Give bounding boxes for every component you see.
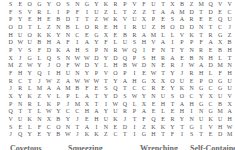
grid-cell[interactable]: T xyxy=(130,116,140,124)
grid-cell[interactable]: T xyxy=(101,78,111,86)
grid-cell[interactable]: E xyxy=(82,116,92,124)
grid-cell[interactable]: Q xyxy=(120,101,130,109)
grid-cell[interactable]: P xyxy=(149,16,159,24)
grid-cell[interactable]: F xyxy=(101,39,111,47)
grid-cell[interactable]: U xyxy=(177,78,187,86)
grid-cell[interactable]: E xyxy=(215,9,225,17)
grid-cell[interactable]: C xyxy=(73,32,83,40)
grid-cell[interactable]: D xyxy=(206,62,216,70)
grid-cell[interactable]: F xyxy=(139,1,149,9)
grid-cell[interactable]: E xyxy=(92,85,102,93)
grid-cell[interactable]: E xyxy=(206,16,216,24)
grid-cell[interactable]: Z xyxy=(101,131,111,139)
grid-cell[interactable]: A xyxy=(196,62,206,70)
grid-cell[interactable]: A xyxy=(139,32,149,40)
grid-cell[interactable]: L xyxy=(111,9,121,17)
grid-cell[interactable]: R xyxy=(35,9,45,17)
grid-cell[interactable]: Y xyxy=(44,1,54,9)
grid-cell[interactable]: P xyxy=(196,78,206,86)
grid-cell[interactable]: W xyxy=(120,47,130,55)
grid-cell[interactable]: L xyxy=(215,55,225,63)
grid-cell[interactable]: P xyxy=(54,101,64,109)
grid-cell[interactable]: J xyxy=(177,62,187,70)
grid-cell[interactable]: S xyxy=(25,47,35,55)
grid-cell[interactable]: O xyxy=(111,70,121,78)
grid-cell[interactable]: F xyxy=(63,62,73,70)
grid-cell[interactable]: D xyxy=(177,24,187,32)
grid-cell[interactable]: E xyxy=(149,108,159,116)
grid-cell[interactable]: N xyxy=(158,47,168,55)
grid-cell[interactable]: S xyxy=(130,39,140,47)
grid-cell[interactable]: R xyxy=(130,24,140,32)
grid-cell[interactable]: V xyxy=(6,116,16,124)
grid-cell[interactable]: S xyxy=(187,131,197,139)
grid-cell[interactable]: H xyxy=(225,70,235,78)
grid-cell[interactable]: A xyxy=(177,16,187,24)
grid-cell[interactable]: D xyxy=(92,55,102,63)
grid-cell[interactable]: W xyxy=(111,101,121,109)
grid-cell[interactable]: Z xyxy=(149,24,159,32)
grid-cell[interactable]: H xyxy=(35,16,45,24)
grid-cell[interactable]: D xyxy=(215,131,225,139)
grid-cell[interactable]: W xyxy=(187,62,197,70)
grid-cell[interactable]: D xyxy=(111,93,121,101)
grid-cell[interactable]: H xyxy=(139,39,149,47)
grid-cell[interactable]: W xyxy=(73,62,83,70)
grid-cell[interactable]: Q xyxy=(130,47,140,55)
grid-cell[interactable]: N xyxy=(149,62,159,70)
grid-cell[interactable]: T xyxy=(73,124,83,132)
grid-cell[interactable]: I xyxy=(196,124,206,132)
grid-cell[interactable]: R xyxy=(149,85,159,93)
grid-cell[interactable]: T xyxy=(225,55,235,63)
grid-cell[interactable]: Y xyxy=(111,78,121,86)
grid-cell[interactable]: M xyxy=(63,85,73,93)
grid-cell[interactable]: D xyxy=(206,9,216,17)
grid-cell[interactable]: H xyxy=(82,108,92,116)
grid-cell[interactable]: I xyxy=(101,101,111,109)
grid-cell[interactable]: P xyxy=(120,70,130,78)
grid-cell[interactable]: N xyxy=(187,116,197,124)
grid-cell[interactable]: S xyxy=(101,85,111,93)
grid-cell[interactable]: H xyxy=(92,116,102,124)
grid-cell[interactable]: L xyxy=(206,70,216,78)
grid-cell[interactable]: Y xyxy=(44,131,54,139)
grid-cell[interactable]: N xyxy=(149,93,159,101)
grid-cell[interactable]: A xyxy=(63,78,73,86)
grid-cell[interactable]: K xyxy=(149,124,159,132)
grid-cell[interactable]: K xyxy=(92,131,102,139)
grid-cell[interactable]: Y xyxy=(139,93,149,101)
grid-cell[interactable]: R xyxy=(168,116,178,124)
grid-cell[interactable]: E xyxy=(139,70,149,78)
grid-cell[interactable]: K xyxy=(158,124,168,132)
grid-cell[interactable]: V xyxy=(101,70,111,78)
grid-cell[interactable]: Z xyxy=(101,9,111,17)
grid-cell[interactable]: A xyxy=(54,85,64,93)
grid-cell[interactable]: I xyxy=(92,124,102,132)
grid-cell[interactable]: J xyxy=(35,78,45,86)
grid-cell[interactable]: Y xyxy=(101,108,111,116)
grid-cell[interactable]: G xyxy=(139,131,149,139)
grid-cell[interactable]: B xyxy=(177,1,187,9)
grid-cell[interactable]: S xyxy=(54,55,64,63)
grid-cell[interactable]: A xyxy=(206,39,216,47)
grid-cell[interactable]: S xyxy=(6,1,16,9)
grid-cell[interactable]: U xyxy=(101,116,111,124)
grid-cell[interactable]: D xyxy=(111,55,121,63)
grid-cell[interactable]: X xyxy=(215,39,225,47)
grid-cell[interactable]: E xyxy=(177,55,187,63)
grid-cell[interactable]: A xyxy=(225,108,235,116)
grid-cell[interactable]: W xyxy=(130,62,140,70)
grid-cell[interactable]: E xyxy=(16,1,26,9)
grid-cell[interactable]: A xyxy=(54,39,64,47)
grid-cell[interactable]: R xyxy=(120,108,130,116)
grid-cell[interactable]: I xyxy=(177,131,187,139)
grid-cell[interactable]: M xyxy=(35,85,45,93)
grid-cell[interactable]: Q xyxy=(120,55,130,63)
grid-cell[interactable]: A xyxy=(158,9,168,17)
grid-cell[interactable]: E xyxy=(206,131,216,139)
grid-cell[interactable]: U xyxy=(139,24,149,32)
grid-cell[interactable]: W xyxy=(73,78,83,86)
grid-cell[interactable]: U xyxy=(16,32,26,40)
grid-cell[interactable]: U xyxy=(215,116,225,124)
grid-cell[interactable]: N xyxy=(196,108,206,116)
grid-cell[interactable]: N xyxy=(35,116,45,124)
grid-cell[interactable]: A xyxy=(158,39,168,47)
grid-cell[interactable]: B xyxy=(225,39,235,47)
grid-cell[interactable]: J xyxy=(120,116,130,124)
grid-cell[interactable]: I xyxy=(187,108,197,116)
grid-cell[interactable]: A xyxy=(63,47,73,55)
grid-cell[interactable]: U xyxy=(196,116,206,124)
grid-cell[interactable]: R xyxy=(187,70,197,78)
grid-cell[interactable]: T xyxy=(196,131,206,139)
grid-cell[interactable]: V xyxy=(177,32,187,40)
grid-cell[interactable]: L xyxy=(35,55,45,63)
grid-cell[interactable]: W xyxy=(149,70,159,78)
grid-cell[interactable]: B xyxy=(54,131,64,139)
grid-cell[interactable]: E xyxy=(16,124,26,132)
grid-cell[interactable]: H xyxy=(111,62,121,70)
grid-cell[interactable]: T xyxy=(168,47,178,55)
grid-cell[interactable]: N xyxy=(73,70,83,78)
grid-cell[interactable]: O xyxy=(6,24,16,32)
grid-cell[interactable]: U xyxy=(225,78,235,86)
grid-cell[interactable]: X xyxy=(101,32,111,40)
grid-cell[interactable]: R xyxy=(25,101,35,109)
grid-cell[interactable]: Y xyxy=(35,62,45,70)
grid-cell[interactable]: U xyxy=(92,9,102,17)
grid-cell[interactable]: Y xyxy=(101,93,111,101)
grid-cell[interactable]: N xyxy=(187,47,197,55)
grid-cell[interactable]: E xyxy=(196,16,206,24)
grid-cell[interactable]: F xyxy=(6,70,16,78)
grid-cell[interactable]: X xyxy=(139,101,149,109)
grid-cell[interactable]: S xyxy=(63,1,73,9)
grid-cell[interactable]: H xyxy=(187,101,197,109)
grid-cell[interactable]: Y xyxy=(16,16,26,24)
grid-cell[interactable]: L xyxy=(130,101,140,109)
grid-cell[interactable]: M xyxy=(73,101,83,109)
grid-cell[interactable]: O xyxy=(177,93,187,101)
grid-cell[interactable]: H xyxy=(177,108,187,116)
grid-cell[interactable]: W xyxy=(63,131,73,139)
grid-cell[interactable]: X xyxy=(149,78,159,86)
grid-cell[interactable]: N xyxy=(101,124,111,132)
grid-cell[interactable]: T xyxy=(16,108,26,116)
grid-cell[interactable]: V xyxy=(225,1,235,9)
grid-cell[interactable]: F xyxy=(35,47,45,55)
grid-cell[interactable]: Z xyxy=(35,93,45,101)
grid-cell[interactable]: D xyxy=(6,39,16,47)
grid-cell[interactable]: V xyxy=(149,39,159,47)
grid-cell[interactable]: E xyxy=(168,108,178,116)
grid-cell[interactable]: Q xyxy=(6,108,16,116)
grid-cell[interactable]: T xyxy=(82,16,92,24)
grid-cell[interactable]: L xyxy=(54,93,64,101)
grid-cell[interactable]: U xyxy=(158,93,168,101)
grid-cell[interactable]: F xyxy=(82,85,92,93)
grid-cell[interactable]: U xyxy=(215,93,225,101)
grid-cell[interactable]: U xyxy=(225,85,235,93)
grid-cell[interactable]: L xyxy=(44,9,54,17)
grid-cell[interactable]: H xyxy=(225,116,235,124)
grid-cell[interactable]: T xyxy=(158,131,168,139)
grid-cell[interactable]: W xyxy=(25,62,35,70)
grid-cell[interactable]: A xyxy=(82,39,92,47)
grid-cell[interactable]: G xyxy=(196,101,206,109)
grid-cell[interactable]: N xyxy=(101,47,111,55)
grid-cell[interactable]: F xyxy=(168,131,178,139)
grid-cell[interactable]: J xyxy=(6,131,16,139)
grid-cell[interactable]: J xyxy=(16,55,26,63)
grid-cell[interactable]: I xyxy=(168,39,178,47)
grid-cell[interactable]: F xyxy=(63,39,73,47)
grid-cell[interactable]: X xyxy=(158,78,168,86)
grid-cell[interactable]: H xyxy=(16,70,26,78)
grid-cell[interactable]: Z xyxy=(139,124,149,132)
grid-cell[interactable]: B xyxy=(35,39,45,47)
grid-cell[interactable]: C xyxy=(225,9,235,17)
grid-cell[interactable]: K xyxy=(25,116,35,124)
grid-cell[interactable]: X xyxy=(225,101,235,109)
grid-cell[interactable]: Q xyxy=(35,70,45,78)
grid-cell[interactable]: N xyxy=(196,55,206,63)
grid-cell[interactable]: J xyxy=(177,70,187,78)
grid-cell[interactable]: I xyxy=(130,70,140,78)
grid-cell[interactable]: Y xyxy=(25,70,35,78)
grid-cell[interactable]: J xyxy=(63,101,73,109)
grid-cell[interactable]: I xyxy=(120,24,130,32)
grid-cell[interactable]: Y xyxy=(177,47,187,55)
grid-cell[interactable]: E xyxy=(187,78,197,86)
grid-cell[interactable]: G xyxy=(82,1,92,9)
grid-cell[interactable]: V xyxy=(25,9,35,17)
grid-cell[interactable]: H xyxy=(215,124,225,132)
grid-cell[interactable]: Q xyxy=(111,85,121,93)
grid-cell[interactable]: P xyxy=(120,1,130,9)
grid-cell[interactable]: G xyxy=(35,1,45,9)
grid-cell[interactable]: P xyxy=(6,16,16,24)
grid-cell[interactable]: A xyxy=(139,108,149,116)
grid-cell[interactable]: C xyxy=(139,85,149,93)
grid-cell[interactable]: M xyxy=(177,9,187,17)
grid-cell[interactable]: V xyxy=(16,47,26,55)
grid-cell[interactable]: G xyxy=(206,108,216,116)
grid-cell[interactable]: A xyxy=(120,78,130,86)
grid-cell[interactable]: G xyxy=(215,85,225,93)
grid-cell[interactable]: T xyxy=(196,9,206,17)
grid-cell[interactable]: V xyxy=(44,93,54,101)
grid-cell[interactable]: Z xyxy=(130,9,140,17)
grid-cell[interactable]: A xyxy=(92,108,102,116)
grid-cell[interactable]: N xyxy=(63,124,73,132)
grid-cell[interactable]: N xyxy=(63,32,73,40)
grid-cell[interactable]: K xyxy=(111,116,121,124)
grid-cell[interactable]: L xyxy=(73,93,83,101)
grid-cell[interactable]: T xyxy=(168,101,178,109)
grid-cell[interactable]: G xyxy=(139,78,149,86)
grid-cell[interactable]: S xyxy=(139,55,149,63)
grid-cell[interactable]: D xyxy=(120,124,130,132)
grid-cell[interactable]: M xyxy=(6,62,16,70)
grid-cell[interactable]: H xyxy=(158,101,168,109)
grid-cell[interactable]: L xyxy=(158,108,168,116)
grid-cell[interactable]: T xyxy=(25,24,35,32)
grid-cell[interactable]: I xyxy=(73,39,83,47)
grid-cell[interactable]: P xyxy=(130,55,140,63)
grid-cell[interactable]: P xyxy=(177,39,187,47)
grid-cell[interactable]: Z xyxy=(92,16,102,24)
grid-cell[interactable]: V xyxy=(225,93,235,101)
grid-cell[interactable]: G xyxy=(25,55,35,63)
grid-cell[interactable]: N xyxy=(187,85,197,93)
grid-cell[interactable]: E xyxy=(149,101,159,109)
grid-cell[interactable]: I xyxy=(82,9,92,17)
grid-cell[interactable]: M xyxy=(215,62,225,70)
grid-cell[interactable]: Y xyxy=(92,1,102,9)
grid-cell[interactable]: E xyxy=(158,85,168,93)
grid-cell[interactable]: C xyxy=(73,108,83,116)
grid-cell[interactable]: H xyxy=(206,55,216,63)
grid-cell[interactable]: T xyxy=(73,16,83,24)
grid-cell[interactable]: Z xyxy=(139,9,149,17)
grid-cell[interactable]: T xyxy=(25,78,35,86)
grid-cell[interactable]: F xyxy=(196,39,206,47)
grid-cell[interactable]: R xyxy=(158,55,168,63)
grid-cell[interactable]: R xyxy=(16,85,26,93)
grid-cell[interactable]: O xyxy=(206,78,216,86)
grid-cell[interactable]: R xyxy=(92,24,102,32)
grid-cell[interactable]: L xyxy=(111,39,121,47)
grid-cell[interactable]: I xyxy=(44,70,54,78)
grid-cell[interactable]: S xyxy=(82,47,92,55)
grid-cell[interactable]: B xyxy=(73,85,83,93)
grid-cell[interactable]: C xyxy=(111,131,121,139)
grid-cell[interactable]: U xyxy=(130,16,140,24)
grid-cell[interactable]: P xyxy=(130,108,140,116)
grid-cell[interactable]: H xyxy=(54,70,64,78)
grid-cell[interactable]: B xyxy=(215,47,225,55)
grid-cell[interactable]: N xyxy=(63,55,73,63)
grid-cell[interactable]: R xyxy=(196,47,206,55)
grid-cell[interactable]: H xyxy=(225,47,235,55)
grid-cell[interactable]: E xyxy=(158,16,168,24)
grid-cell[interactable]: I xyxy=(130,131,140,139)
grid-cell[interactable]: Z xyxy=(225,32,235,40)
grid-cell[interactable]: P xyxy=(63,9,73,17)
grid-cell[interactable]: B xyxy=(54,116,64,124)
grid-cell[interactable]: T xyxy=(177,124,187,132)
grid-cell[interactable]: P xyxy=(92,47,102,55)
grid-cell[interactable]: U xyxy=(25,39,35,47)
grid-cell[interactable]: L xyxy=(35,24,45,32)
grid-cell[interactable]: L xyxy=(25,124,35,132)
grid-cell[interactable]: B xyxy=(120,62,130,70)
grid-cell[interactable]: W xyxy=(44,108,54,116)
grid-cell[interactable]: S xyxy=(16,9,26,17)
grid-cell[interactable]: T xyxy=(120,85,130,93)
grid-cell[interactable]: T xyxy=(25,108,35,116)
grid-cell[interactable]: Q xyxy=(206,1,216,9)
grid-cell[interactable]: O xyxy=(54,124,64,132)
grid-cell[interactable]: O xyxy=(54,1,64,9)
grid-cell[interactable]: L xyxy=(101,62,111,70)
grid-cell[interactable]: Y xyxy=(168,85,178,93)
grid-cell[interactable]: E xyxy=(101,24,111,32)
grid-cell[interactable]: C xyxy=(130,85,140,93)
grid-cell[interactable]: N xyxy=(54,24,64,32)
grid-cell[interactable]: M xyxy=(149,32,159,40)
grid-cell[interactable]: K xyxy=(111,16,121,24)
grid-cell[interactable]: Q xyxy=(215,16,225,24)
grid-cell[interactable]: F xyxy=(139,116,149,124)
grid-cell[interactable]: Y xyxy=(177,116,187,124)
grid-cell[interactable]: W xyxy=(92,78,102,86)
grid-cell[interactable]: Y xyxy=(196,93,206,101)
grid-cell[interactable]: O xyxy=(25,1,35,9)
grid-cell[interactable]: A xyxy=(44,85,54,93)
grid-cell[interactable]: H xyxy=(6,32,16,40)
grid-cell[interactable]: G xyxy=(196,85,206,93)
grid-cell[interactable]: T xyxy=(120,131,130,139)
grid-cell[interactable]: U xyxy=(225,16,235,24)
grid-cell[interactable]: A xyxy=(82,93,92,101)
grid-cell[interactable]: C xyxy=(206,85,216,93)
grid-cell[interactable]: H xyxy=(149,55,159,63)
grid-cell[interactable]: B xyxy=(54,16,64,24)
grid-cell[interactable]: L xyxy=(168,32,178,40)
grid-cell[interactable]: C xyxy=(206,101,216,109)
grid-cell[interactable]: Y xyxy=(92,62,102,70)
grid-cell[interactable]: U xyxy=(120,39,130,47)
grid-cell[interactable]: X xyxy=(44,116,54,124)
grid-cell[interactable]: P xyxy=(187,39,197,47)
grid-cell[interactable]: B xyxy=(63,24,73,32)
grid-cell[interactable]: X xyxy=(139,16,149,24)
grid-cell[interactable]: C xyxy=(187,93,197,101)
grid-cell[interactable]: F xyxy=(35,124,45,132)
grid-cell[interactable]: J xyxy=(73,116,83,124)
grid-cell[interactable]: Y xyxy=(25,131,35,139)
grid-cell[interactable]: L xyxy=(73,24,83,32)
grid-cell[interactable]: R xyxy=(130,32,140,40)
grid-cell[interactable]: L xyxy=(158,32,168,40)
grid-cell[interactable]: N xyxy=(196,24,206,32)
